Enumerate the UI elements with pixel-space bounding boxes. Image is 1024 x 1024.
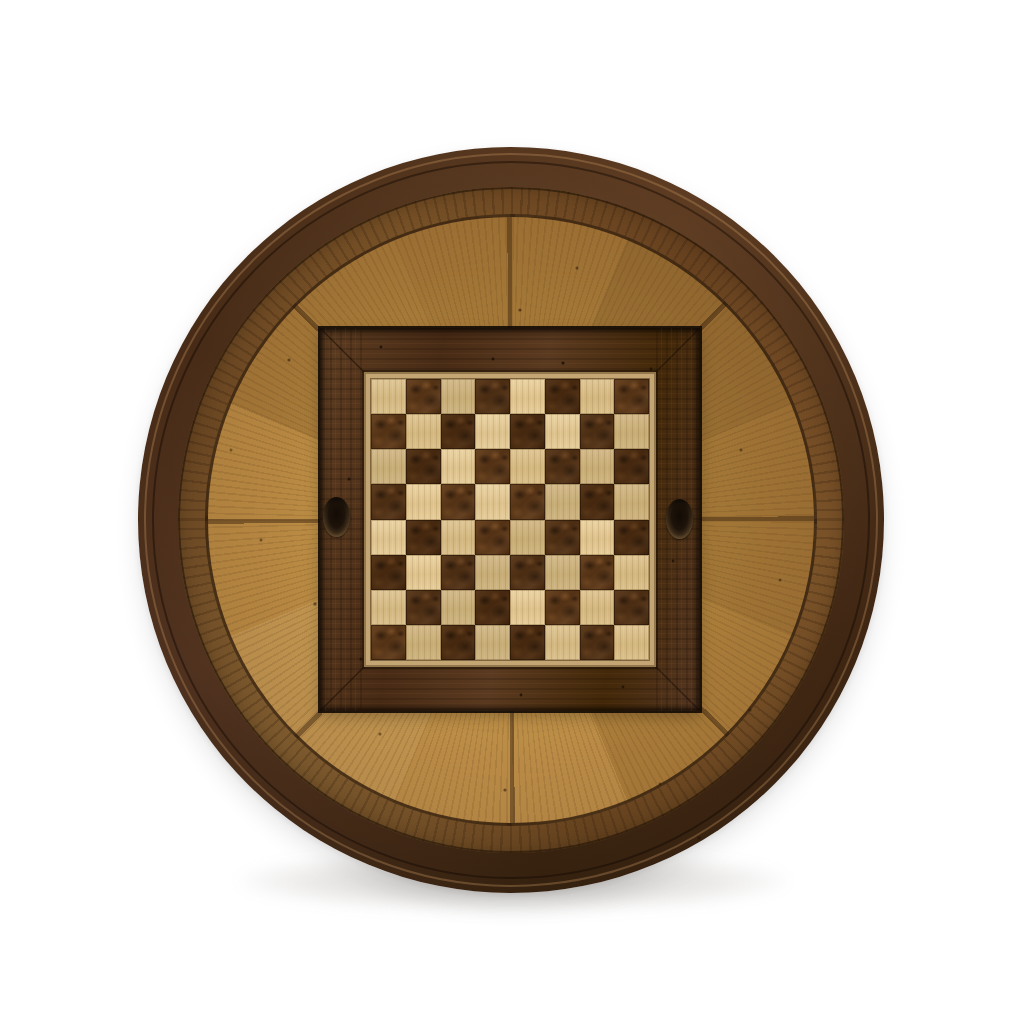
game-board (371, 379, 649, 660)
square-a2 (371, 590, 406, 625)
square-g3 (580, 555, 615, 590)
square-c7 (441, 414, 476, 449)
square-d6 (475, 449, 510, 484)
square-d2 (475, 590, 510, 625)
square-b8 (406, 379, 441, 414)
square-h5 (614, 484, 649, 519)
square-b7 (406, 414, 441, 449)
square-a8 (371, 379, 406, 414)
square-b2 (406, 590, 441, 625)
square-h2 (614, 590, 649, 625)
square-b5 (406, 484, 441, 519)
square-g8 (580, 379, 615, 414)
square-c5 (441, 484, 476, 519)
square-h8 (614, 379, 649, 414)
square-d1 (475, 625, 510, 660)
square-e3 (510, 555, 545, 590)
square-h1 (614, 625, 649, 660)
square-h6 (614, 449, 649, 484)
square-c4 (441, 520, 476, 555)
product-photo (0, 0, 1024, 1024)
square-g1 (580, 625, 615, 660)
square-b3 (406, 555, 441, 590)
square-a4 (371, 520, 406, 555)
square-f1 (545, 625, 580, 660)
square-d8 (475, 379, 510, 414)
wood-distress-specks (138, 147, 140, 149)
square-g5 (580, 484, 615, 519)
square-d5 (475, 484, 510, 519)
square-e5 (510, 484, 545, 519)
square-d4 (475, 520, 510, 555)
square-c8 (441, 379, 476, 414)
left-finger-pull (323, 497, 350, 537)
square-f7 (545, 414, 580, 449)
square-a3 (371, 555, 406, 590)
square-f8 (545, 379, 580, 414)
square-g6 (580, 449, 615, 484)
square-d7 (475, 414, 510, 449)
square-b1 (406, 625, 441, 660)
square-g7 (580, 414, 615, 449)
board-stringing-border (364, 372, 656, 667)
square-b4 (406, 520, 441, 555)
right-finger-pull (666, 499, 693, 539)
square-e7 (510, 414, 545, 449)
square-e4 (510, 520, 545, 555)
square-e8 (510, 379, 545, 414)
square-c6 (441, 449, 476, 484)
square-e2 (510, 590, 545, 625)
square-b6 (406, 449, 441, 484)
frame-miter-top-left (320, 328, 370, 378)
square-h3 (614, 555, 649, 590)
square-c1 (441, 625, 476, 660)
frame-distress-specks (320, 328, 322, 330)
square-d3 (475, 555, 510, 590)
game-board-insert (320, 328, 700, 711)
square-g4 (580, 520, 615, 555)
square-h4 (614, 520, 649, 555)
square-c2 (441, 590, 476, 625)
frame-miter-bottom-right (650, 661, 700, 711)
square-a5 (371, 484, 406, 519)
frame-miter-top-right (650, 328, 700, 378)
square-a1 (371, 625, 406, 660)
square-a6 (371, 449, 406, 484)
square-e1 (510, 625, 545, 660)
square-c3 (441, 555, 476, 590)
square-f5 (545, 484, 580, 519)
square-f6 (545, 449, 580, 484)
square-f3 (545, 555, 580, 590)
square-f2 (545, 590, 580, 625)
square-g2 (580, 590, 615, 625)
frame-miter-bottom-left (320, 661, 370, 711)
square-e6 (510, 449, 545, 484)
square-a7 (371, 414, 406, 449)
square-h7 (614, 414, 649, 449)
square-f4 (545, 520, 580, 555)
